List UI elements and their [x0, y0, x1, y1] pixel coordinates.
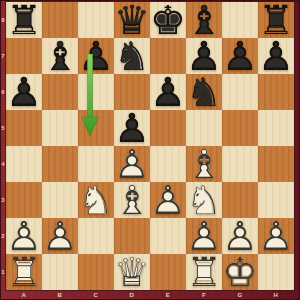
piece-glyph: ♞: [78, 182, 114, 218]
rank-label-5: 5: [0, 123, 6, 133]
square-e1[interactable]: [150, 254, 186, 290]
square-h7[interactable]: ♟♙: [258, 38, 294, 74]
rank-label-4: 4: [0, 159, 6, 169]
square-b4[interactable]: [42, 146, 78, 182]
piece-glyph: ♝: [114, 182, 150, 218]
square-f7[interactable]: ♟♙: [186, 38, 222, 74]
white-pawn-a2[interactable]: ♟♙: [6, 218, 42, 254]
black-bishop-f8[interactable]: ♝♗: [186, 2, 222, 38]
square-h8[interactable]: ♜♖: [258, 2, 294, 38]
piece-outline-glyph: ♙: [150, 74, 186, 110]
piece-glyph: ♚: [150, 2, 186, 38]
black-pawn-h7[interactable]: ♟♙: [258, 38, 294, 74]
square-e2[interactable]: [150, 218, 186, 254]
piece-outline-glyph: ♙: [222, 38, 258, 74]
piece-outline-glyph: ♕: [114, 254, 150, 290]
square-f4[interactable]: ♝♗: [186, 146, 222, 182]
white-queen-d1[interactable]: ♛♕: [114, 254, 150, 290]
square-c5[interactable]: [78, 110, 114, 146]
square-c7[interactable]: ♟♙: [78, 38, 114, 74]
square-f5[interactable]: [186, 110, 222, 146]
square-b5[interactable]: [42, 110, 78, 146]
square-d2[interactable]: [114, 218, 150, 254]
piece-outline-glyph: ♙: [186, 38, 222, 74]
piece-outline-glyph: ♖: [186, 254, 222, 290]
square-b8[interactable]: [42, 2, 78, 38]
square-b7[interactable]: ♝♗: [42, 38, 78, 74]
square-g1[interactable]: ♚♔: [222, 254, 258, 290]
rank-label-3: 3: [0, 195, 6, 205]
white-pawn-e3[interactable]: ♟♙: [150, 182, 186, 218]
piece-glyph: ♛: [114, 254, 150, 290]
square-f3[interactable]: ♞♘: [186, 182, 222, 218]
piece-outline-glyph: ♘: [186, 182, 222, 218]
piece-glyph: ♜: [6, 254, 42, 290]
piece-glyph: ♟: [114, 110, 150, 146]
square-h2[interactable]: ♟♙: [258, 218, 294, 254]
file-label-g: G: [222, 291, 258, 299]
white-rook-f1[interactable]: ♜♖: [186, 254, 222, 290]
square-c6[interactable]: [78, 74, 114, 110]
piece-outline-glyph: ♙: [114, 146, 150, 182]
white-king-g1[interactable]: ♚♔: [222, 254, 258, 290]
piece-glyph: ♟: [186, 38, 222, 74]
piece-outline-glyph: ♙: [6, 74, 42, 110]
piece-glyph: ♞: [186, 182, 222, 218]
square-d4[interactable]: ♟♙: [114, 146, 150, 182]
square-g5[interactable]: [222, 110, 258, 146]
piece-glyph: ♝: [186, 2, 222, 38]
piece-glyph: ♟: [114, 146, 150, 182]
file-label-a: A: [6, 291, 42, 299]
square-a7[interactable]: [6, 38, 42, 74]
piece-outline-glyph: ♘: [114, 38, 150, 74]
piece-glyph: ♟: [222, 218, 258, 254]
piece-glyph: ♟: [150, 74, 186, 110]
square-h4[interactable]: [258, 146, 294, 182]
piece-outline-glyph: ♘: [186, 74, 222, 110]
square-d6[interactable]: [114, 74, 150, 110]
piece-glyph: ♟: [222, 38, 258, 74]
square-c8[interactable]: [78, 2, 114, 38]
white-pawn-f2[interactable]: ♟♙: [186, 218, 222, 254]
piece-glyph: ♞: [186, 74, 222, 110]
piece-outline-glyph: ♙: [150, 182, 186, 218]
chess-board[interactable]: ♜♖♛♕♚♔♝♗♜♖♝♗♟♙♞♘♟♙♟♙♟♙♟♙♟♙♞♘♟♙♟♙♝♗♞♘♝♗♟♙…: [6, 2, 294, 290]
square-c1[interactable]: [78, 254, 114, 290]
rank-label-6: 6: [0, 87, 6, 97]
white-pawn-h2[interactable]: ♟♙: [258, 218, 294, 254]
black-pawn-d5[interactable]: ♟♙: [114, 110, 150, 146]
white-pawn-d4[interactable]: ♟♙: [114, 146, 150, 182]
piece-glyph: ♜: [186, 254, 222, 290]
square-h6[interactable]: [258, 74, 294, 110]
square-a3[interactable]: [6, 182, 42, 218]
square-f2[interactable]: ♟♙: [186, 218, 222, 254]
piece-glyph: ♟: [258, 218, 294, 254]
square-f1[interactable]: ♜♖: [186, 254, 222, 290]
piece-outline-glyph: ♙: [78, 38, 114, 74]
square-h5[interactable]: [258, 110, 294, 146]
square-e5[interactable]: [150, 110, 186, 146]
file-label-h: H: [258, 291, 294, 299]
black-bishop-b7[interactable]: ♝♗: [42, 38, 78, 74]
piece-outline-glyph: ♙: [42, 218, 78, 254]
piece-outline-glyph: ♔: [150, 2, 186, 38]
square-b6[interactable]: [42, 74, 78, 110]
piece-outline-glyph: ♕: [114, 2, 150, 38]
square-e6[interactable]: ♟♙: [150, 74, 186, 110]
square-g7[interactable]: ♟♙: [222, 38, 258, 74]
white-rook-a1[interactable]: ♜♖: [6, 254, 42, 290]
piece-glyph: ♟: [6, 74, 42, 110]
square-d3[interactable]: ♝♗: [114, 182, 150, 218]
square-f8[interactable]: ♝♗: [186, 2, 222, 38]
square-f6[interactable]: ♞♘: [186, 74, 222, 110]
piece-outline-glyph: ♙: [186, 218, 222, 254]
black-pawn-c7[interactable]: ♟♙: [78, 38, 114, 74]
square-a1[interactable]: ♜♖: [6, 254, 42, 290]
piece-glyph: ♟: [258, 38, 294, 74]
square-h1[interactable]: [258, 254, 294, 290]
piece-outline-glyph: ♗: [186, 2, 222, 38]
piece-outline-glyph: ♖: [6, 2, 42, 38]
square-d8[interactable]: ♛♕: [114, 2, 150, 38]
black-rook-h8[interactable]: ♜♖: [258, 2, 294, 38]
square-a4[interactable]: [6, 146, 42, 182]
file-label-f: F: [186, 291, 222, 299]
square-b1[interactable]: [42, 254, 78, 290]
black-knight-f6[interactable]: ♞♘: [186, 74, 222, 110]
square-c4[interactable]: [78, 146, 114, 182]
square-d5[interactable]: ♟♙: [114, 110, 150, 146]
square-d7[interactable]: ♞♘: [114, 38, 150, 74]
piece-outline-glyph: ♙: [222, 218, 258, 254]
black-pawn-a6[interactable]: ♟♙: [6, 74, 42, 110]
piece-glyph: ♛: [114, 2, 150, 38]
piece-glyph: ♚: [222, 254, 258, 290]
piece-glyph: ♝: [186, 146, 222, 182]
piece-glyph: ♜: [258, 2, 294, 38]
square-g4[interactable]: [222, 146, 258, 182]
rank-label-2: 2: [0, 231, 6, 241]
piece-glyph: ♟: [78, 38, 114, 74]
white-knight-c3[interactable]: ♞♘: [78, 182, 114, 218]
piece-glyph: ♝: [42, 38, 78, 74]
white-pawn-b2[interactable]: ♟♙: [42, 218, 78, 254]
rank-label-8: 8: [0, 15, 6, 25]
piece-outline-glyph: ♘: [78, 182, 114, 218]
black-knight-d7[interactable]: ♞♘: [114, 38, 150, 74]
black-pawn-g7[interactable]: ♟♙: [222, 38, 258, 74]
black-king-e8[interactable]: ♚♔: [150, 2, 186, 38]
piece-glyph: ♜: [6, 2, 42, 38]
white-bishop-f4[interactable]: ♝♗: [186, 146, 222, 182]
file-label-b: B: [42, 291, 78, 299]
piece-outline-glyph: ♙: [6, 218, 42, 254]
file-label-c: C: [78, 291, 114, 299]
file-label-d: D: [114, 291, 150, 299]
piece-outline-glyph: ♔: [222, 254, 258, 290]
square-a8[interactable]: ♜♖: [6, 2, 42, 38]
square-c2[interactable]: [78, 218, 114, 254]
piece-outline-glyph: ♖: [258, 2, 294, 38]
white-pawn-g2[interactable]: ♟♙: [222, 218, 258, 254]
square-b2[interactable]: ♟♙: [42, 218, 78, 254]
piece-outline-glyph: ♙: [114, 110, 150, 146]
chess-board-frame: ♜♖♛♕♚♔♝♗♜♖♝♗♟♙♞♘♟♙♟♙♟♙♟♙♟♙♞♘♟♙♟♙♝♗♞♘♝♗♟♙…: [0, 0, 300, 300]
black-pawn-e6[interactable]: ♟♙: [150, 74, 186, 110]
square-h3[interactable]: [258, 182, 294, 218]
rank-label-1: 1: [0, 267, 6, 277]
square-a2[interactable]: ♟♙: [6, 218, 42, 254]
piece-outline-glyph: ♗: [186, 146, 222, 182]
square-e3[interactable]: ♟♙: [150, 182, 186, 218]
square-g6[interactable]: [222, 74, 258, 110]
square-a5[interactable]: [6, 110, 42, 146]
white-knight-f3[interactable]: ♞♘: [186, 182, 222, 218]
square-e4[interactable]: [150, 146, 186, 182]
black-queen-d8[interactable]: ♛♕: [114, 2, 150, 38]
piece-outline-glyph: ♖: [6, 254, 42, 290]
piece-outline-glyph: ♙: [258, 218, 294, 254]
piece-glyph: ♟: [186, 218, 222, 254]
square-d1[interactable]: ♛♕: [114, 254, 150, 290]
black-rook-a8[interactable]: ♜♖: [6, 2, 42, 38]
piece-glyph: ♟: [6, 218, 42, 254]
piece-outline-glyph: ♗: [114, 182, 150, 218]
piece-glyph: ♟: [150, 182, 186, 218]
square-e7[interactable]: [150, 38, 186, 74]
piece-glyph: ♞: [114, 38, 150, 74]
square-a6[interactable]: ♟♙: [6, 74, 42, 110]
black-pawn-f7[interactable]: ♟♙: [186, 38, 222, 74]
piece-glyph: ♟: [42, 218, 78, 254]
file-label-e: E: [150, 291, 186, 299]
piece-outline-glyph: ♗: [42, 38, 78, 74]
square-c3[interactable]: ♞♘: [78, 182, 114, 218]
square-b3[interactable]: [42, 182, 78, 218]
square-e8[interactable]: ♚♔: [150, 2, 186, 38]
piece-outline-glyph: ♙: [258, 38, 294, 74]
white-bishop-d3[interactable]: ♝♗: [114, 182, 150, 218]
square-g8[interactable]: [222, 2, 258, 38]
rank-label-7: 7: [0, 51, 6, 61]
square-g2[interactable]: ♟♙: [222, 218, 258, 254]
square-g3[interactable]: [222, 182, 258, 218]
